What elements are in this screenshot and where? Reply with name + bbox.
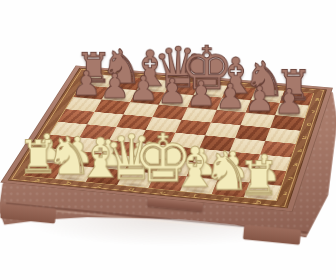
stage: ♜♞♝♛♚♝♞♜♟♟♟♟♟♟♟♟♟♟♟♟♟♟♟♟♜♞♝♛♚♝♞♜ abcdefg… — [13, 11, 322, 269]
square-a5[interactable] — [58, 109, 94, 124]
piece-black-pawn[interactable]: ♟ — [254, 84, 324, 118]
square-h7[interactable]: ♟ — [275, 103, 309, 118]
product-photo: ♜♞♝♛♚♝♞♜♟♟♟♟♟♟♟♟♟♟♟♟♟♟♟♟♜♞♝♛♚♝♞♜ abcdefg… — [0, 0, 336, 280]
board-grid: ♜♞♝♛♚♝♞♜♟♟♟♟♟♟♟♟♟♟♟♟♟♟♟♟♜♞♝♛♚♝♞♜ — [23, 73, 314, 201]
square-h1[interactable]: ♜ — [244, 183, 281, 201]
board-border: ♜♞♝♛♚♝♞♜♟♟♟♟♟♟♟♟♟♟♟♟♟♟♟♟♜♞♝♛♚♝♞♜ abcdefg… — [8, 68, 327, 209]
piece-white-rook[interactable]: ♜ — [221, 155, 297, 202]
